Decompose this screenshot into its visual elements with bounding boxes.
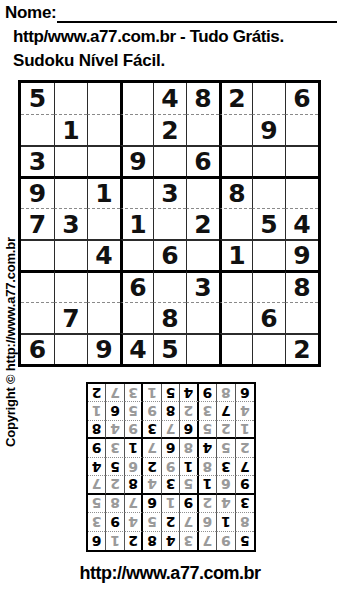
solution-cell-solved: 8: [217, 384, 235, 402]
solution-cell-given: 9: [180, 495, 198, 513]
puzzle-cell-empty[interactable]: [120, 114, 153, 145]
solution-cell-given: 1: [180, 458, 198, 476]
puzzle-cell-given: 9: [285, 239, 318, 270]
solution-cell-given: 6: [143, 495, 161, 513]
footer-url: http://www.a77.com.br: [0, 563, 340, 584]
puzzle-cell-empty[interactable]: [252, 83, 285, 114]
puzzle-cell-empty[interactable]: [87, 114, 120, 145]
puzzle-cell-given: 2: [285, 333, 318, 364]
puzzle-cell-empty[interactable]: [54, 239, 87, 270]
solution-grid-upside-down: 5973482168167254933429167859615348277381…: [86, 382, 256, 552]
puzzle-cell-empty[interactable]: [87, 83, 120, 114]
solution-cell-solved: 1: [143, 384, 161, 402]
puzzle-cell-given: 8: [153, 302, 186, 333]
copyright-vertical-text: Copyright © http://www.a77.com.br: [3, 237, 18, 447]
solution-cell-solved: 2: [217, 421, 235, 439]
puzzle-cell-given: 9: [252, 114, 285, 145]
solution-cell-solved: 8: [106, 495, 124, 513]
puzzle-cell-given: 2: [186, 208, 219, 239]
solution-cell-solved: 5: [143, 513, 161, 531]
solution-cell-solved: 7: [106, 384, 124, 402]
solution-cell-given: 3: [162, 476, 180, 494]
puzzle-cell-empty[interactable]: [54, 333, 87, 364]
puzzle-cell-given: 4: [285, 208, 318, 239]
puzzle-cell-empty[interactable]: [21, 239, 54, 270]
puzzle-cell-empty[interactable]: [285, 176, 318, 208]
solution-cell-given: 9: [88, 439, 106, 457]
puzzle-cell-given: 7: [21, 208, 54, 239]
solution-cell-solved: 7: [162, 421, 180, 439]
puzzle-cell-empty[interactable]: [153, 208, 186, 239]
solution-cell-given: 5: [106, 458, 124, 476]
puzzle-cell-empty[interactable]: [219, 114, 252, 145]
solution-cell-solved: 3: [199, 402, 217, 420]
puzzle-cell-empty[interactable]: [252, 239, 285, 270]
solution-cell-given: 3: [217, 458, 235, 476]
solution-cell-solved: 5: [217, 439, 235, 457]
puzzle-cell-empty[interactable]: [186, 333, 219, 364]
puzzle-cell-given: 5: [252, 208, 285, 239]
solution-cell-solved: 6: [125, 458, 143, 476]
puzzle-cell-empty[interactable]: [252, 270, 285, 302]
solution-cell-solved: 7: [199, 532, 217, 550]
puzzle-cell-empty[interactable]: [87, 208, 120, 239]
puzzle-cell-empty[interactable]: [54, 145, 87, 176]
puzzle-cell-given: 1: [120, 208, 153, 239]
puzzle-cell-given: 6: [21, 333, 54, 364]
puzzle-cell-empty[interactable]: [21, 270, 54, 302]
puzzle-cell-given: 4: [153, 83, 186, 114]
puzzle-cell-given: 1: [54, 114, 87, 145]
solution-cell-given: 2: [125, 532, 143, 550]
puzzle-cell-given: 8: [186, 83, 219, 114]
solution-cell-solved: 5: [199, 421, 217, 439]
puzzle-cell-given: 2: [153, 114, 186, 145]
solution-cell-solved: 4: [125, 513, 143, 531]
solution-cell-solved: 8: [180, 439, 198, 457]
solution-cell-given: 4: [180, 384, 198, 402]
puzzle-cell-empty[interactable]: [21, 302, 54, 333]
solution-cell-given: 8: [162, 402, 180, 420]
solution-cell-given: 5: [236, 532, 254, 550]
solution-cell-solved: 1: [106, 532, 124, 550]
puzzle-cell-empty[interactable]: [87, 145, 120, 176]
solution-cell-solved: 4: [217, 495, 235, 513]
puzzle-cell-given: 3: [21, 145, 54, 176]
solution-cell-solved: 3: [180, 532, 198, 550]
solution-cell-given: 6: [180, 421, 198, 439]
puzzle-cell-empty[interactable]: [252, 176, 285, 208]
puzzle-cell-empty[interactable]: [219, 333, 252, 364]
solution-cell-solved: 9: [125, 421, 143, 439]
puzzle-cell-given: 3: [54, 208, 87, 239]
puzzle-cell-empty[interactable]: [21, 114, 54, 145]
solution-cell-given: 4: [162, 532, 180, 550]
puzzle-cell-empty[interactable]: [120, 176, 153, 208]
puzzle-cell-given: 8: [219, 176, 252, 208]
puzzle-cell-empty[interactable]: [219, 208, 252, 239]
puzzle-cell-given: 9: [87, 333, 120, 364]
solution-cell-given: 6: [88, 532, 106, 550]
solution-cell-solved: 4: [143, 476, 161, 494]
solution-cell-given: 1: [125, 439, 143, 457]
puzzle-cell-empty[interactable]: [120, 239, 153, 270]
solution-cell-solved: 5: [180, 476, 198, 494]
puzzle-cell-empty[interactable]: [54, 176, 87, 208]
solution-cell-solved: 8: [236, 513, 254, 531]
puzzle-cell-given: 6: [153, 239, 186, 270]
solution-cell-given: 6: [162, 439, 180, 457]
main-sudoku-grid: 548261293969138731254461963878669452: [18, 80, 321, 367]
solution-cell-solved: 7: [180, 513, 198, 531]
solution-cell-given: 8: [143, 532, 161, 550]
solution-cell-solved: 1: [88, 402, 106, 420]
solution-cell-solved: 1: [236, 421, 254, 439]
solution-cell-solved: 2: [199, 495, 217, 513]
puzzle-cell-empty[interactable]: [186, 176, 219, 208]
puzzle-cell-empty[interactable]: [219, 302, 252, 333]
solution-cell-solved: 9: [162, 458, 180, 476]
solution-cell-given: 3: [236, 495, 254, 513]
solution-cell-solved: 7: [125, 495, 143, 513]
solution-cell-solved: 4: [236, 402, 254, 420]
puzzle-cell-empty[interactable]: [219, 270, 252, 302]
solution-cell-given: 8: [88, 421, 106, 439]
solution-cell-solved: 6: [199, 513, 217, 531]
solution-cell-solved: 3: [125, 384, 143, 402]
puzzle-cell-given: 5: [153, 333, 186, 364]
puzzle-cell-given: 1: [219, 239, 252, 270]
puzzle-cell-given: 7: [54, 302, 87, 333]
puzzle-cell-empty[interactable]: [153, 145, 186, 176]
puzzle-cell-given: 4: [120, 333, 153, 364]
solution-cell-given: 7: [217, 402, 235, 420]
puzzle-cell-empty[interactable]: [285, 145, 318, 176]
puzzle-cell-empty[interactable]: [87, 270, 120, 302]
puzzle-cell-given: 6: [186, 145, 219, 176]
puzzle-cell-given: 3: [186, 270, 219, 302]
solution-cell-given: 2: [143, 458, 161, 476]
solution-cell-given: 6: [106, 402, 124, 420]
puzzle-cell-given: 3: [153, 176, 186, 208]
solution-cell-given: 2: [88, 384, 106, 402]
solution-cell-given: 9: [236, 476, 254, 494]
puzzle-cell-empty[interactable]: [186, 239, 219, 270]
solution-cell-solved: 3: [106, 439, 124, 457]
puzzle-cell-given: 9: [120, 145, 153, 176]
name-label: Nome:: [5, 3, 56, 23]
solution-cell-solved: 7: [88, 476, 106, 494]
puzzle-cell-given: 2: [219, 83, 252, 114]
solution-cell-solved: 8: [199, 458, 217, 476]
solution-cell-solved: 9: [143, 402, 161, 420]
page-title: Sudoku Nível Fácil.: [13, 51, 165, 71]
solution-cell-solved: 6: [217, 476, 235, 494]
solution-cell-given: 8: [125, 476, 143, 494]
name-field-line[interactable]: [57, 2, 337, 23]
puzzle-cell-given: 6: [252, 302, 285, 333]
solution-cell-given: 9: [199, 384, 217, 402]
puzzle-cell-given: 1: [87, 176, 120, 208]
solution-cell-given: 3: [143, 421, 161, 439]
puzzle-cell-empty[interactable]: [186, 114, 219, 145]
solution-cell-solved: 9: [217, 532, 235, 550]
puzzle-cell-given: 8: [285, 270, 318, 302]
solution-cell-given: 9: [106, 513, 124, 531]
puzzle-cell-given: 4: [87, 239, 120, 270]
puzzle-cell-empty[interactable]: [54, 270, 87, 302]
solution-cell-given: 6: [236, 384, 254, 402]
solution-cell-solved: 3: [88, 513, 106, 531]
solution-cell-solved: 2: [106, 476, 124, 494]
solution-cell-solved: 2: [236, 439, 254, 457]
puzzle-cell-given: 6: [285, 83, 318, 114]
solution-cell-solved: 5: [125, 402, 143, 420]
puzzle-cell-empty[interactable]: [87, 302, 120, 333]
solution-cell-solved: 1: [162, 495, 180, 513]
solution-cell-given: 1: [199, 476, 217, 494]
solution-cell-given: 5: [162, 384, 180, 402]
site-header-text: http/www.a77.com.br - Tudo Grátis.: [13, 27, 284, 47]
puzzle-cell-empty[interactable]: [252, 333, 285, 364]
solution-cell-given: 4: [199, 439, 217, 457]
solution-cell-solved: 5: [88, 495, 106, 513]
solution-cell-solved: 7: [143, 439, 161, 457]
solution-cell-given: 4: [88, 458, 106, 476]
solution-cell-given: 2: [162, 513, 180, 531]
puzzle-cell-empty[interactable]: [252, 145, 285, 176]
puzzle-cell-empty[interactable]: [120, 83, 153, 114]
solution-cell-solved: 2: [180, 402, 198, 420]
puzzle-cell-empty[interactable]: [285, 302, 318, 333]
puzzle-cell-empty[interactable]: [285, 114, 318, 145]
solution-cell-solved: 4: [106, 421, 124, 439]
puzzle-cell-given: 5: [21, 83, 54, 114]
puzzle-cell-empty[interactable]: [120, 302, 153, 333]
solution-cell-given: 7: [236, 458, 254, 476]
puzzle-cell-given: 9: [21, 176, 54, 208]
puzzle-cell-empty[interactable]: [54, 83, 87, 114]
puzzle-cell-given: 6: [120, 270, 153, 302]
puzzle-cell-empty[interactable]: [186, 302, 219, 333]
puzzle-cell-empty[interactable]: [153, 270, 186, 302]
puzzle-cell-empty[interactable]: [219, 145, 252, 176]
solution-cell-given: 1: [217, 513, 235, 531]
